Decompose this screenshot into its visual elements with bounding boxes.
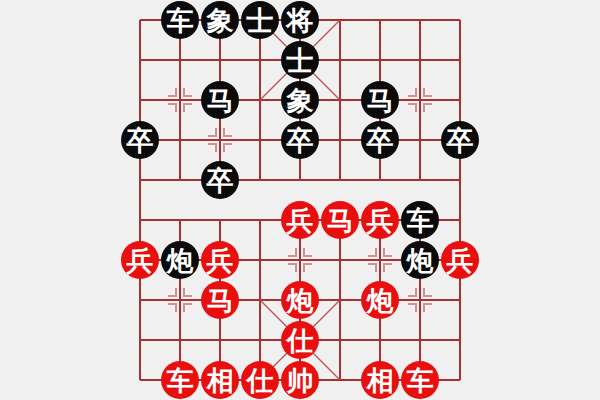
red-soldier[interactable]: 兵	[281, 201, 319, 239]
board-point[interactable]	[160, 160, 200, 200]
board-point[interactable]: 相	[200, 360, 240, 400]
black-soldier[interactable]: 卒	[201, 161, 239, 199]
board-point[interactable]	[400, 120, 440, 160]
board-point[interactable]: 炮	[400, 240, 440, 280]
board-point[interactable]: 炮	[360, 280, 400, 320]
board-point[interactable]	[320, 0, 360, 40]
black-soldier[interactable]: 卒	[281, 121, 319, 159]
board-point[interactable]	[280, 240, 320, 280]
board-point[interactable]: 兵	[120, 240, 160, 280]
red-general[interactable]: 帅	[281, 361, 319, 399]
red-horse[interactable]: 马	[201, 281, 239, 319]
board-point[interactable]	[360, 320, 400, 360]
black-soldier[interactable]: 卒	[121, 121, 159, 159]
board-point[interactable]	[120, 0, 160, 40]
black-cannon[interactable]: 炮	[161, 241, 199, 279]
board-points-grid: 车象士将士马象马卒卒卒卒卒兵马兵车兵炮兵炮兵马炮炮仕车相仕帅相车	[120, 0, 480, 400]
board-point[interactable]	[320, 80, 360, 120]
red-advisor[interactable]: 仕	[241, 361, 279, 399]
board-point[interactable]	[400, 320, 440, 360]
board-point[interactable]	[440, 200, 480, 240]
board-point[interactable]: 马	[360, 80, 400, 120]
red-cannon[interactable]: 炮	[361, 281, 399, 319]
board-point[interactable]	[320, 120, 360, 160]
board-point[interactable]	[160, 280, 200, 320]
board-point[interactable]: 帅	[280, 360, 320, 400]
board-point[interactable]	[320, 360, 360, 400]
red-advisor[interactable]: 仕	[281, 321, 319, 359]
board-point[interactable]	[440, 40, 480, 80]
board-point[interactable]	[120, 320, 160, 360]
board-point[interactable]: 卒	[360, 120, 400, 160]
red-elephant[interactable]: 相	[361, 361, 399, 399]
board-point[interactable]: 仕	[280, 320, 320, 360]
board-point[interactable]	[360, 0, 400, 40]
board-point[interactable]	[400, 80, 440, 120]
board-point[interactable]: 兵	[280, 200, 320, 240]
board-point[interactable]	[400, 280, 440, 320]
board-point[interactable]	[360, 40, 400, 80]
board-point[interactable]: 卒	[280, 120, 320, 160]
red-cannon[interactable]: 炮	[281, 281, 319, 319]
board-point[interactable]	[120, 200, 160, 240]
board-point[interactable]: 卒	[440, 120, 480, 160]
board-point[interactable]	[320, 320, 360, 360]
board-point[interactable]	[360, 160, 400, 200]
board-point[interactable]	[120, 360, 160, 400]
board-point[interactable]: 卒	[200, 160, 240, 200]
black-horse[interactable]: 马	[201, 81, 239, 119]
black-cannon[interactable]: 炮	[401, 241, 439, 279]
board-point[interactable]: 士	[240, 0, 280, 40]
board-point[interactable]: 象	[280, 80, 320, 120]
board-point[interactable]: 卒	[120, 120, 160, 160]
board-point[interactable]: 相	[360, 360, 400, 400]
red-soldier[interactable]: 兵	[361, 201, 399, 239]
board-point[interactable]	[200, 40, 240, 80]
black-general[interactable]: 将	[281, 1, 319, 39]
black-elephant[interactable]: 象	[281, 81, 319, 119]
board-point[interactable]	[120, 280, 160, 320]
black-soldier[interactable]: 卒	[361, 121, 399, 159]
board-point[interactable]	[160, 120, 200, 160]
black-elephant[interactable]: 象	[201, 1, 239, 39]
board-point[interactable]: 炮	[280, 280, 320, 320]
board-point[interactable]: 兵	[360, 200, 400, 240]
board-point[interactable]	[320, 240, 360, 280]
board-point[interactable]	[320, 160, 360, 200]
red-soldier[interactable]: 兵	[441, 241, 479, 279]
board-point[interactable]	[160, 320, 200, 360]
board-point[interactable]: 兵	[200, 240, 240, 280]
board-point[interactable]	[160, 200, 200, 240]
board-point[interactable]: 兵	[440, 240, 480, 280]
board-point[interactable]	[440, 320, 480, 360]
board-point[interactable]	[120, 160, 160, 200]
board-point[interactable]	[240, 160, 280, 200]
board-point[interactable]	[280, 160, 320, 200]
board-point[interactable]: 象	[200, 0, 240, 40]
board-point[interactable]: 仕	[240, 360, 280, 400]
board-point[interactable]: 车	[160, 360, 200, 400]
board-point[interactable]	[440, 80, 480, 120]
board-point[interactable]	[240, 280, 280, 320]
board-point[interactable]	[200, 200, 240, 240]
board-point[interactable]: 车	[400, 200, 440, 240]
red-chariot[interactable]: 车	[401, 361, 439, 399]
board-point[interactable]	[400, 40, 440, 80]
board-point[interactable]	[240, 120, 280, 160]
black-advisor[interactable]: 士	[241, 1, 279, 39]
xiangqi-board: 车象士将士马象马卒卒卒卒卒兵马兵车兵炮兵炮兵马炮炮仕车相仕帅相车	[0, 0, 600, 400]
board-point[interactable]: 马	[320, 200, 360, 240]
board-point[interactable]: 马	[200, 80, 240, 120]
board-point[interactable]	[120, 40, 160, 80]
board-point[interactable]	[320, 280, 360, 320]
board-point[interactable]	[400, 0, 440, 40]
board-point[interactable]: 将	[280, 0, 320, 40]
red-soldier[interactable]: 兵	[201, 241, 239, 279]
board-point[interactable]: 士	[280, 40, 320, 80]
board-point[interactable]: 车	[160, 0, 200, 40]
black-chariot[interactable]: 车	[401, 201, 439, 239]
board-point[interactable]	[240, 240, 280, 280]
board-point[interactable]	[320, 40, 360, 80]
board-point[interactable]	[360, 240, 400, 280]
black-horse[interactable]: 马	[361, 81, 399, 119]
board-point[interactable]	[200, 320, 240, 360]
board-point[interactable]	[120, 80, 160, 120]
board-point[interactable]	[200, 120, 240, 160]
red-soldier[interactable]: 兵	[121, 241, 159, 279]
red-elephant[interactable]: 相	[201, 361, 239, 399]
board-point[interactable]	[160, 80, 200, 120]
black-advisor[interactable]: 士	[281, 41, 319, 79]
black-soldier[interactable]: 卒	[441, 121, 479, 159]
black-chariot[interactable]: 车	[161, 1, 199, 39]
board-point[interactable]	[240, 80, 280, 120]
board-point[interactable]	[240, 320, 280, 360]
board-point[interactable]	[160, 40, 200, 80]
board-point[interactable]: 车	[400, 360, 440, 400]
board-point[interactable]	[440, 160, 480, 200]
board-point[interactable]	[240, 40, 280, 80]
red-chariot[interactable]: 车	[161, 361, 199, 399]
board-point[interactable]	[440, 360, 480, 400]
board-point[interactable]	[400, 160, 440, 200]
board-point[interactable]	[240, 200, 280, 240]
board-point[interactable]	[440, 0, 480, 40]
board-point[interactable]	[440, 280, 480, 320]
board-point[interactable]: 马	[200, 280, 240, 320]
red-horse[interactable]: 马	[321, 201, 359, 239]
board-point[interactable]: 炮	[160, 240, 200, 280]
